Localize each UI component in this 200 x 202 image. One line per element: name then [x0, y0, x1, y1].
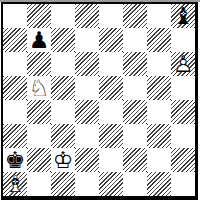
square-h3[interactable] — [171, 124, 195, 148]
black-king-icon: ♚ — [3, 148, 27, 172]
square-b3[interactable] — [27, 124, 51, 148]
square-h7[interactable] — [171, 28, 195, 52]
square-f6[interactable] — [123, 52, 147, 76]
square-a3[interactable] — [3, 124, 27, 148]
square-b4[interactable] — [27, 100, 51, 124]
board-frame: ♝♝♟♟♟♙♞♘♚♚♚♔♝♗ — [1, 2, 198, 200]
square-e5[interactable] — [99, 76, 123, 100]
square-f4[interactable] — [123, 100, 147, 124]
square-b6[interactable] — [27, 52, 51, 76]
square-a2[interactable]: ♚♚ — [3, 148, 27, 172]
white-pawn-icon: ♙ — [171, 52, 195, 76]
square-g1[interactable] — [147, 172, 171, 196]
square-b8[interactable] — [27, 4, 51, 28]
square-c2[interactable]: ♚♔ — [51, 148, 75, 172]
square-h2[interactable] — [171, 148, 195, 172]
square-f5[interactable] — [123, 76, 147, 100]
black-king-backing: ♚ — [3, 148, 27, 172]
white-bishop-icon: ♗ — [3, 172, 27, 196]
square-d6[interactable] — [75, 52, 99, 76]
square-a4[interactable] — [3, 100, 27, 124]
square-c1[interactable] — [51, 172, 75, 196]
square-a6[interactable] — [3, 52, 27, 76]
square-d7[interactable] — [75, 28, 99, 52]
chess-board: ♝♝♟♟♟♙♞♘♚♚♚♔♝♗ — [3, 4, 195, 196]
square-g2[interactable] — [147, 148, 171, 172]
square-f2[interactable] — [123, 148, 147, 172]
square-a7[interactable] — [3, 28, 27, 52]
square-g3[interactable] — [147, 124, 171, 148]
square-c8[interactable] — [51, 4, 75, 28]
black-bishop-icon: ♝ — [171, 4, 195, 28]
black-bishop-backing: ♝ — [171, 4, 195, 28]
square-e7[interactable] — [99, 28, 123, 52]
square-a8[interactable] — [3, 4, 27, 28]
square-e3[interactable] — [99, 124, 123, 148]
white-knight-backing: ♞ — [27, 76, 51, 100]
square-e8[interactable] — [99, 4, 123, 28]
black-pawn-backing: ♟ — [27, 28, 51, 52]
square-c3[interactable] — [51, 124, 75, 148]
square-g7[interactable] — [147, 28, 171, 52]
square-h6[interactable]: ♟♙ — [171, 52, 195, 76]
square-h1[interactable] — [171, 172, 195, 196]
square-g4[interactable] — [147, 100, 171, 124]
square-d1[interactable] — [75, 172, 99, 196]
square-a1[interactable]: ♝♗ — [3, 172, 27, 196]
square-f1[interactable] — [123, 172, 147, 196]
square-e6[interactable] — [99, 52, 123, 76]
square-b2[interactable] — [27, 148, 51, 172]
square-f3[interactable] — [123, 124, 147, 148]
square-d5[interactable] — [75, 76, 99, 100]
square-h8[interactable]: ♝♝ — [171, 4, 195, 28]
square-d8[interactable] — [75, 4, 99, 28]
square-c7[interactable] — [51, 28, 75, 52]
square-f8[interactable] — [123, 4, 147, 28]
black-pawn-icon: ♟ — [27, 28, 51, 52]
square-e2[interactable] — [99, 148, 123, 172]
square-c4[interactable] — [51, 100, 75, 124]
white-king-icon: ♔ — [51, 148, 75, 172]
square-g6[interactable] — [147, 52, 171, 76]
square-b7[interactable]: ♟♟ — [27, 28, 51, 52]
square-d3[interactable] — [75, 124, 99, 148]
square-d2[interactable] — [75, 148, 99, 172]
square-e4[interactable] — [99, 100, 123, 124]
square-c6[interactable] — [51, 52, 75, 76]
square-b5[interactable]: ♞♘ — [27, 76, 51, 100]
square-g5[interactable] — [147, 76, 171, 100]
white-knight-icon: ♘ — [27, 76, 51, 100]
square-h4[interactable] — [171, 100, 195, 124]
square-c5[interactable] — [51, 76, 75, 100]
white-bishop-backing: ♝ — [3, 172, 27, 196]
square-e1[interactable] — [99, 172, 123, 196]
square-h5[interactable] — [171, 76, 195, 100]
white-king-backing: ♚ — [51, 148, 75, 172]
square-a5[interactable] — [3, 76, 27, 100]
square-g8[interactable] — [147, 4, 171, 28]
white-pawn-backing: ♟ — [171, 52, 195, 76]
square-d4[interactable] — [75, 100, 99, 124]
square-f7[interactable] — [123, 28, 147, 52]
square-b1[interactable] — [27, 172, 51, 196]
